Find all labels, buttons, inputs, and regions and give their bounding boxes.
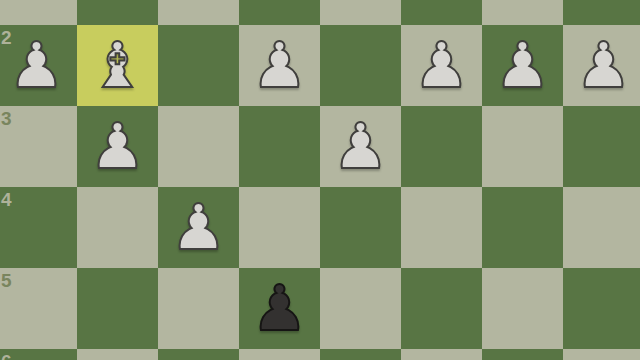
square-f1[interactable]: [158, 0, 239, 25]
square-h5[interactable]: 5: [0, 268, 77, 349]
square-d4[interactable]: [320, 187, 401, 268]
rank-label-6: 6: [1, 352, 12, 360]
piece-black-pawn[interactable]: ♟: [239, 268, 320, 349]
square-c3[interactable]: [401, 106, 482, 187]
piece-white-pawn[interactable]: ♟: [482, 25, 563, 106]
square-f2[interactable]: [158, 25, 239, 106]
square-a2[interactable]: ♟: [563, 25, 640, 106]
rank-label-3: 3: [1, 109, 12, 128]
square-d6[interactable]: [320, 349, 401, 360]
piece-white-pawn[interactable]: ♟: [563, 25, 640, 106]
square-a6[interactable]: [563, 349, 640, 360]
square-c2[interactable]: ♟: [401, 25, 482, 106]
square-b4[interactable]: [482, 187, 563, 268]
square-a4[interactable]: [563, 187, 640, 268]
board-viewport: 12♟♝♟♟♟♟3♟♟4♟5♟6♛♞78: [0, 0, 640, 360]
square-a1[interactable]: [563, 0, 640, 25]
square-b2[interactable]: ♟: [482, 25, 563, 106]
square-d1[interactable]: [320, 0, 401, 25]
piece-black-knight[interactable]: ♞: [401, 349, 482, 360]
piece-white-pawn[interactable]: ♟: [0, 25, 77, 106]
piece-black-queen[interactable]: ♛: [158, 349, 239, 360]
square-e3[interactable]: [239, 106, 320, 187]
square-b5[interactable]: [482, 268, 563, 349]
square-c6[interactable]: ♞: [401, 349, 482, 360]
chess-board: 12♟♝♟♟♟♟3♟♟4♟5♟6♛♞78: [0, 0, 640, 360]
square-f3[interactable]: [158, 106, 239, 187]
square-f5[interactable]: [158, 268, 239, 349]
piece-white-pawn[interactable]: ♟: [158, 187, 239, 268]
piece-white-pawn[interactable]: ♟: [401, 25, 482, 106]
square-c1[interactable]: [401, 0, 482, 25]
square-g2[interactable]: ♝: [77, 25, 158, 106]
square-d2[interactable]: [320, 25, 401, 106]
square-g6[interactable]: [77, 349, 158, 360]
square-c5[interactable]: [401, 268, 482, 349]
square-e1[interactable]: [239, 0, 320, 25]
square-b6[interactable]: [482, 349, 563, 360]
piece-white-pawn[interactable]: ♟: [320, 106, 401, 187]
square-h2[interactable]: 2♟: [0, 25, 77, 106]
square-h6[interactable]: 6: [0, 349, 77, 360]
square-h3[interactable]: 3: [0, 106, 77, 187]
piece-white-bishop[interactable]: ♝: [77, 25, 158, 106]
square-f4[interactable]: ♟: [158, 187, 239, 268]
square-f6[interactable]: ♛: [158, 349, 239, 360]
square-d3[interactable]: ♟: [320, 106, 401, 187]
square-h4[interactable]: 4: [0, 187, 77, 268]
square-g4[interactable]: [77, 187, 158, 268]
square-e4[interactable]: [239, 187, 320, 268]
rank-label-4: 4: [1, 190, 12, 209]
square-b1[interactable]: [482, 0, 563, 25]
square-g1[interactable]: [77, 0, 158, 25]
square-b3[interactable]: [482, 106, 563, 187]
square-a5[interactable]: [563, 268, 640, 349]
square-e6[interactable]: [239, 349, 320, 360]
rank-label-5: 5: [1, 271, 12, 290]
square-a3[interactable]: [563, 106, 640, 187]
square-g3[interactable]: ♟: [77, 106, 158, 187]
square-e2[interactable]: ♟: [239, 25, 320, 106]
piece-white-pawn[interactable]: ♟: [77, 106, 158, 187]
square-c4[interactable]: [401, 187, 482, 268]
square-g5[interactable]: [77, 268, 158, 349]
piece-white-pawn[interactable]: ♟: [239, 25, 320, 106]
square-e5[interactable]: ♟: [239, 268, 320, 349]
square-h1[interactable]: 1: [0, 0, 77, 25]
square-d5[interactable]: [320, 268, 401, 349]
